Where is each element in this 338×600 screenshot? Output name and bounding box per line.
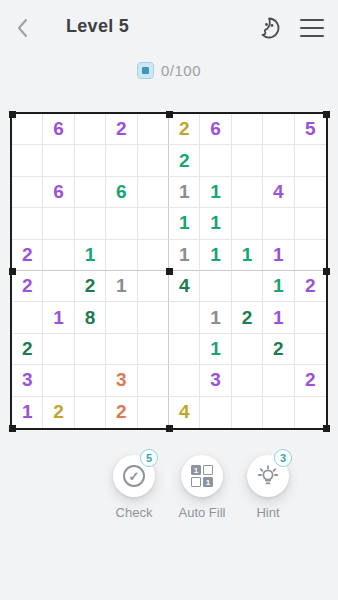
cell-r9c9[interactable]: [263, 365, 294, 396]
cell-r8c10[interactable]: [295, 334, 326, 365]
clue-r5c3[interactable]: 1: [75, 240, 106, 271]
clue-r7c9[interactable]: 1: [263, 302, 294, 333]
clue-r1c2[interactable]: 6: [43, 114, 74, 145]
clue-r5c1[interactable]: 2: [12, 240, 43, 271]
cell-r10c7[interactable]: [200, 397, 231, 428]
check-label: Check: [98, 505, 170, 520]
cell-r4c8[interactable]: [232, 208, 263, 239]
cell-r10c5[interactable]: [138, 397, 169, 428]
hint-button[interactable]: 3: [247, 455, 289, 497]
clue-r4c6[interactable]: 1: [169, 208, 200, 239]
cell-r3c1[interactable]: [12, 177, 43, 208]
cell-r2c7[interactable]: [200, 145, 231, 176]
app-screen: Level 5 0/100 62265266114112111112214121…: [0, 0, 338, 600]
cell-r2c2[interactable]: [43, 145, 74, 176]
cell-r8c8[interactable]: [232, 334, 263, 365]
action-bar: 5 ✓ Check 1 1 Auto Fill 3: [0, 455, 338, 530]
cell-r7c6[interactable]: [169, 302, 200, 333]
cell-r4c9[interactable]: [263, 208, 294, 239]
theme-button[interactable]: [256, 15, 282, 41]
clue-r7c3[interactable]: 8: [75, 302, 106, 333]
cell-r10c9[interactable]: [263, 397, 294, 428]
cell-r4c5[interactable]: [138, 208, 169, 239]
cell-r9c2[interactable]: [43, 365, 74, 396]
cell-r8c6[interactable]: [169, 334, 200, 365]
palette-icon: [256, 15, 282, 41]
cell-r2c5[interactable]: [138, 145, 169, 176]
cell-r9c8[interactable]: [232, 365, 263, 396]
progress-row: 0/100: [0, 62, 338, 79]
autofill-squares-icon: 1 1: [191, 465, 213, 487]
clue-r6c3[interactable]: 2: [75, 271, 106, 302]
cell-r4c3[interactable]: [75, 208, 106, 239]
clue-r3c7[interactable]: 1: [200, 177, 231, 208]
board: 6226526611411211111221412181212123332122…: [10, 112, 328, 430]
cell-r6c7[interactable]: [200, 271, 231, 302]
clue-r1c10[interactable]: 5: [295, 114, 326, 145]
cell-r3c8[interactable]: [232, 177, 263, 208]
clue-r6c4[interactable]: 1: [106, 271, 137, 302]
cell-r2c9[interactable]: [263, 145, 294, 176]
clue-r5c9[interactable]: 1: [263, 240, 294, 271]
hint-button-group: 3 Hint: [232, 455, 304, 520]
cell-r1c9[interactable]: [263, 114, 294, 145]
clue-r9c10[interactable]: 2: [295, 365, 326, 396]
lightbulb-icon: [255, 463, 281, 489]
board-handle: [9, 425, 16, 432]
clue-r10c1[interactable]: 1: [12, 397, 43, 428]
clue-r6c10[interactable]: 2: [295, 271, 326, 302]
board-handle: [323, 111, 330, 118]
cell-r4c4[interactable]: [106, 208, 137, 239]
board-handle: [166, 111, 173, 118]
check-button-group: 5 ✓ Check: [98, 455, 170, 520]
cell-r4c10[interactable]: [295, 208, 326, 239]
menu-button[interactable]: [300, 19, 324, 37]
clue-r1c6[interactable]: 2: [169, 114, 200, 145]
cell-r3c3[interactable]: [75, 177, 106, 208]
check-badge: 5: [140, 449, 158, 467]
cell-r8c3[interactable]: [75, 334, 106, 365]
autofill-button-group: 1 1 Auto Fill: [166, 455, 238, 520]
cell-r3c5[interactable]: [138, 177, 169, 208]
clue-r4c7[interactable]: 1: [200, 208, 231, 239]
cell-r7c5[interactable]: [138, 302, 169, 333]
cell-r2c1[interactable]: [12, 145, 43, 176]
cell-r2c10[interactable]: [295, 145, 326, 176]
chevron-left-icon: [12, 17, 34, 39]
cell-r1c1[interactable]: [12, 114, 43, 145]
menu-bar: [300, 19, 324, 21]
cell-r10c3[interactable]: [75, 397, 106, 428]
clue-r1c4[interactable]: 2: [106, 114, 137, 145]
clue-r7c2[interactable]: 1: [43, 302, 74, 333]
clue-r10c6[interactable]: 4: [169, 397, 200, 428]
clue-r7c7[interactable]: 1: [200, 302, 231, 333]
cell-r10c10[interactable]: [295, 397, 326, 428]
cell-r1c5[interactable]: [138, 114, 169, 145]
clue-r3c9[interactable]: 4: [263, 177, 294, 208]
clue-r3c2[interactable]: 6: [43, 177, 74, 208]
cell-r2c3[interactable]: [75, 145, 106, 176]
cell-r6c5[interactable]: [138, 271, 169, 302]
cell-r8c2[interactable]: [43, 334, 74, 365]
clue-r9c4[interactable]: 3: [106, 365, 137, 396]
cell-r10c8[interactable]: [232, 397, 263, 428]
cell-r2c8[interactable]: [232, 145, 263, 176]
cell-r9c5[interactable]: [138, 365, 169, 396]
header: Level 5: [0, 0, 338, 52]
hint-badge: 3: [274, 449, 292, 467]
cell-r4c1[interactable]: [12, 208, 43, 239]
clue-r5c6[interactable]: 1: [169, 240, 200, 271]
clue-r5c7[interactable]: 1: [200, 240, 231, 271]
progress-count: 0/100: [161, 62, 201, 79]
cell-r6c2[interactable]: [43, 271, 74, 302]
clue-r5c8[interactable]: 1: [232, 240, 263, 271]
clue-r10c2[interactable]: 2: [43, 397, 74, 428]
board-handle: [323, 268, 330, 275]
board-handle: [9, 268, 16, 275]
menu-bar: [300, 27, 324, 29]
cell-r9c3[interactable]: [75, 365, 106, 396]
cell-r8c4[interactable]: [106, 334, 137, 365]
board-handle: [166, 425, 173, 432]
clue-r8c1[interactable]: 2: [12, 334, 43, 365]
board-handle: [323, 425, 330, 432]
progress-square-icon: [137, 62, 154, 79]
board-handle: [9, 111, 16, 118]
cell-r5c2[interactable]: [43, 240, 74, 271]
clue-r3c4[interactable]: 6: [106, 177, 137, 208]
back-button[interactable]: [12, 17, 34, 39]
clue-r9c7[interactable]: 3: [200, 365, 231, 396]
cell-r4c2[interactable]: [43, 208, 74, 239]
clue-r3c6[interactable]: 1: [169, 177, 200, 208]
cell-r1c8[interactable]: [232, 114, 263, 145]
clue-r8c7[interactable]: 1: [200, 334, 231, 365]
autofill-button[interactable]: 1 1: [181, 455, 223, 497]
clue-r6c9[interactable]: 1: [263, 271, 294, 302]
clue-r8c9[interactable]: 2: [263, 334, 294, 365]
clue-r2c6[interactable]: 2: [169, 145, 200, 176]
cell-r1c3[interactable]: [75, 114, 106, 145]
clue-r6c1[interactable]: 2: [12, 271, 43, 302]
autofill-label: Auto Fill: [166, 505, 238, 520]
cell-r7c1[interactable]: [12, 302, 43, 333]
hint-label: Hint: [232, 505, 304, 520]
clue-r1c7[interactable]: 6: [200, 114, 231, 145]
cell-r3c10[interactable]: [295, 177, 326, 208]
cell-r7c4[interactable]: [106, 302, 137, 333]
menu-bar: [300, 35, 324, 37]
cell-r5c5[interactable]: [138, 240, 169, 271]
clue-r6c6[interactable]: 4: [169, 271, 200, 302]
cell-r8c5[interactable]: [138, 334, 169, 365]
cell-r6c8[interactable]: [232, 271, 263, 302]
check-circle-icon: ✓: [123, 465, 145, 487]
board-handle: [166, 268, 173, 275]
check-button[interactable]: 5 ✓: [113, 455, 155, 497]
clue-r7c8[interactable]: 2: [232, 302, 263, 333]
clue-r9c1[interactable]: 3: [12, 365, 43, 396]
page-title: Level 5: [66, 16, 129, 37]
cell-r9c6[interactable]: [169, 365, 200, 396]
clue-r10c4[interactable]: 2: [106, 397, 137, 428]
cell-r5c10[interactable]: [295, 240, 326, 271]
cell-r5c4[interactable]: [106, 240, 137, 271]
cell-r7c10[interactable]: [295, 302, 326, 333]
cell-r2c4[interactable]: [106, 145, 137, 176]
